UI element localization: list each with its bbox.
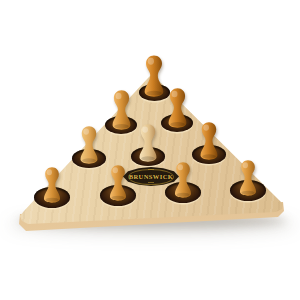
peg[interactable]: [107, 89, 136, 130]
peg[interactable]: [37, 166, 67, 203]
peg[interactable]: [163, 87, 192, 128]
product-photo-scene: BRUNSWICK: [0, 0, 300, 300]
peg[interactable]: [103, 164, 133, 201]
peg[interactable]: [74, 125, 104, 164]
brand-label: BRUNSWICK: [129, 174, 173, 181]
peg[interactable]: [194, 121, 224, 160]
peg[interactable]: [133, 123, 163, 162]
peg[interactable]: [233, 159, 263, 196]
pegs-layer: [0, 0, 300, 300]
